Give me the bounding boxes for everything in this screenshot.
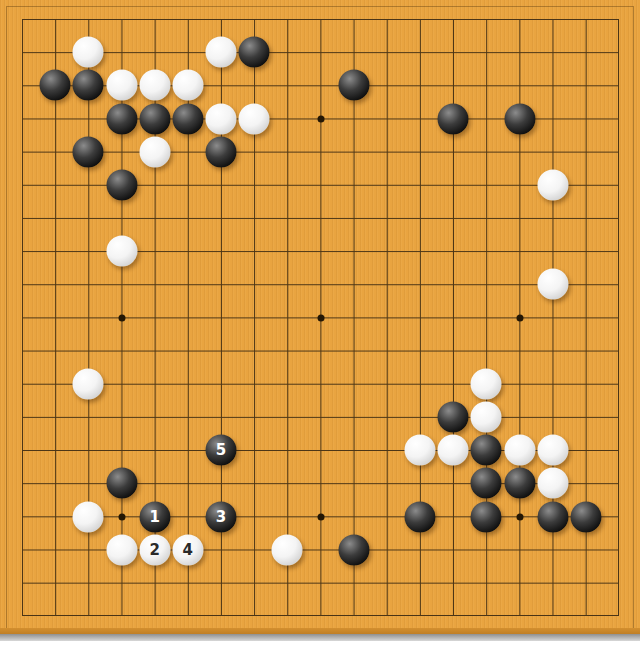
black-stone[interactable] [106, 169, 137, 200]
star-point [118, 314, 125, 321]
white-stone[interactable]: 2 [139, 534, 170, 565]
white-stone[interactable] [206, 37, 237, 68]
white-stone[interactable] [73, 368, 104, 399]
white-stone[interactable] [471, 368, 502, 399]
white-stone[interactable] [172, 70, 203, 101]
white-stone[interactable] [106, 534, 137, 565]
black-stone[interactable] [206, 136, 237, 167]
move-number-label: 5 [216, 443, 226, 458]
black-stone[interactable] [106, 468, 137, 499]
black-stone[interactable] [438, 103, 469, 134]
white-stone[interactable] [438, 435, 469, 466]
white-stone[interactable] [73, 37, 104, 68]
white-stone[interactable] [537, 269, 568, 300]
black-stone[interactable] [73, 70, 104, 101]
white-stone[interactable] [537, 435, 568, 466]
move-number-label: 4 [183, 542, 193, 557]
board-shadow [0, 634, 640, 641]
white-stone[interactable] [504, 435, 535, 466]
black-stone[interactable]: 1 [139, 501, 170, 532]
black-stone[interactable] [471, 468, 502, 499]
black-stone[interactable] [504, 468, 535, 499]
white-stone[interactable] [471, 402, 502, 433]
white-stone[interactable] [239, 103, 270, 134]
black-stone[interactable] [338, 70, 369, 101]
star-point [516, 314, 523, 321]
white-stone[interactable] [405, 435, 436, 466]
white-stone[interactable] [537, 468, 568, 499]
star-point [317, 513, 324, 520]
black-stone[interactable] [139, 103, 170, 134]
white-stone[interactable] [139, 136, 170, 167]
move-number-label: 2 [149, 542, 159, 557]
star-point [118, 513, 125, 520]
white-stone[interactable] [206, 103, 237, 134]
star-point [317, 115, 324, 122]
star-point [317, 314, 324, 321]
white-stone[interactable] [106, 70, 137, 101]
white-stone[interactable] [73, 501, 104, 532]
move-number-label: 3 [216, 509, 226, 524]
black-stone[interactable] [471, 435, 502, 466]
black-stone[interactable] [504, 103, 535, 134]
star-point [516, 513, 523, 520]
go-board[interactable]: 51324 [0, 0, 640, 634]
black-stone[interactable] [570, 501, 601, 532]
black-stone[interactable] [537, 501, 568, 532]
black-stone[interactable] [438, 402, 469, 433]
black-stone[interactable] [338, 534, 369, 565]
black-stone[interactable] [471, 501, 502, 532]
white-stone[interactable] [139, 70, 170, 101]
black-stone[interactable] [106, 103, 137, 134]
black-stone[interactable] [172, 103, 203, 134]
white-stone[interactable] [537, 169, 568, 200]
black-stone[interactable] [239, 37, 270, 68]
black-stone[interactable]: 5 [206, 435, 237, 466]
black-stone[interactable] [73, 136, 104, 167]
white-stone[interactable] [106, 236, 137, 267]
move-number-label: 1 [149, 509, 159, 524]
black-stone[interactable] [405, 501, 436, 532]
white-stone[interactable]: 4 [172, 534, 203, 565]
board-grid[interactable]: 51324 [22, 19, 619, 616]
black-stone[interactable]: 3 [206, 501, 237, 532]
black-stone[interactable] [40, 70, 71, 101]
white-stone[interactable] [272, 534, 303, 565]
